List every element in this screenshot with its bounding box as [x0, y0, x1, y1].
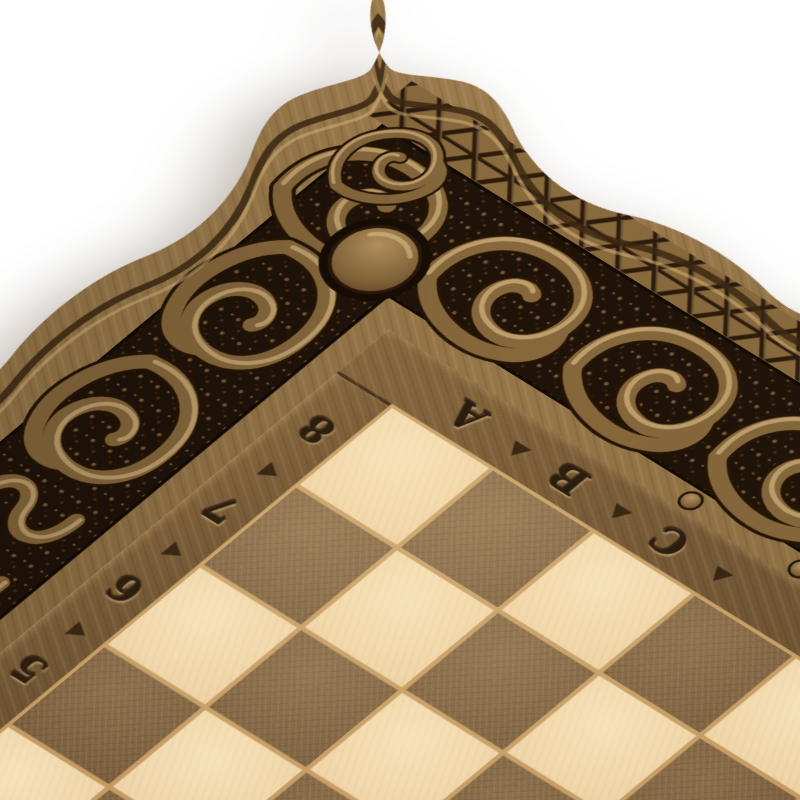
triangle-notch	[503, 440, 531, 460]
rank-label-7: 7	[195, 489, 249, 529]
triangle-notch	[161, 541, 189, 562]
file-label-c: C	[640, 520, 698, 562]
rank-label-8: 8	[291, 409, 345, 449]
rank-label-5: 5	[3, 648, 57, 688]
photo-scene: ABC 8765	[0, 0, 800, 800]
triangle-notch	[705, 566, 733, 586]
triangle-notch	[256, 462, 284, 483]
triangle-notch	[65, 621, 93, 642]
chessboard: ABC 8765	[391, 408, 393, 409]
rank-label-6: 6	[99, 568, 153, 608]
file-label-b: B	[538, 457, 597, 500]
triangle-notch	[604, 503, 632, 523]
file-label-a: A	[439, 395, 496, 437]
